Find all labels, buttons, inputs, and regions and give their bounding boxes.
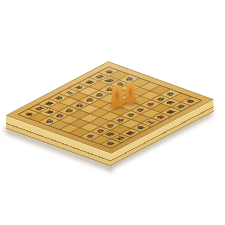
standing-piece-right — [125, 81, 136, 103]
piece-kanji: 玉 — [145, 120, 157, 125]
product-photo-scene: 香歩歩香桂飛歩歩角桂銀歩歩銀金歩歩金王歩歩玉金歩歩金銀歩歩銀桂角歩歩飛桂香歩歩香 — [0, 0, 225, 225]
piece-kanji: 銀 — [165, 109, 177, 114]
piece-kanji: 金 — [155, 115, 167, 120]
piece-kanji: 金 — [135, 125, 147, 130]
piece-kanji: 桂 — [175, 104, 187, 109]
piece-kanji: 香 — [105, 141, 117, 146]
piece-kanji: 香 — [185, 99, 197, 104]
piece-kanji: 桂 — [115, 136, 127, 141]
standing-piece-left — [111, 84, 123, 107]
piece-kanji: 銀 — [125, 130, 137, 135]
